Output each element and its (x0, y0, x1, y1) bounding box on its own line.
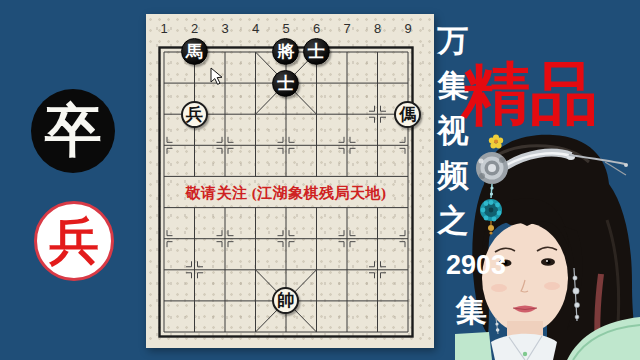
red-pawn-badge: 兵 (34, 201, 114, 281)
board-column-label: 9 (398, 21, 418, 36)
piece-red-傌[interactable]: 傌 (394, 101, 421, 128)
premium-label: 精品 (462, 56, 598, 131)
piece-black-士[interactable]: 士 (272, 70, 299, 97)
board-column-label: 7 (337, 21, 357, 36)
vertical-title-segment: 频 (430, 153, 476, 198)
board-column-label: 4 (246, 21, 266, 36)
piece-black-士[interactable]: 士 (303, 38, 330, 65)
vertical-title-segment: 之 (430, 198, 476, 243)
vertical-title-segment: 2903 (446, 243, 492, 288)
piece-red-帥[interactable]: 帥 (272, 287, 299, 314)
vertical-title-segment: 集 (448, 288, 494, 333)
board-column-label: 1 (154, 21, 174, 36)
red-pawn-badge-glyph: 兵 (49, 208, 99, 275)
board-column-label: 6 (307, 21, 327, 36)
silver-rose-accessory (476, 152, 508, 184)
piece-red-兵[interactable]: 兵 (181, 101, 208, 128)
board-column-label: 3 (215, 21, 235, 36)
board-column-label: 2 (185, 21, 205, 36)
black-pawn-badge-glyph: 卒 (45, 93, 102, 170)
piece-black-馬[interactable]: 馬 (181, 38, 208, 65)
xiangqi-board[interactable]: 123456789 敬请关注 (江湖象棋残局天地) 馬將士士兵傌帥 (146, 14, 434, 348)
board-column-label: 8 (368, 21, 388, 36)
yellow-flower-accessory (489, 135, 503, 149)
board-column-label: 5 (276, 21, 296, 36)
piece-layer: 馬將士士兵傌帥 (149, 36, 424, 347)
piece-black-將[interactable]: 將 (272, 38, 299, 65)
thumbnail-canvas: 卒 兵 123456789 敬请关注 (江湖象棋残局天地) 馬將士士兵傌帥 (0, 0, 640, 360)
black-pawn-badge: 卒 (31, 89, 115, 173)
mouse-cursor-icon (210, 67, 224, 87)
